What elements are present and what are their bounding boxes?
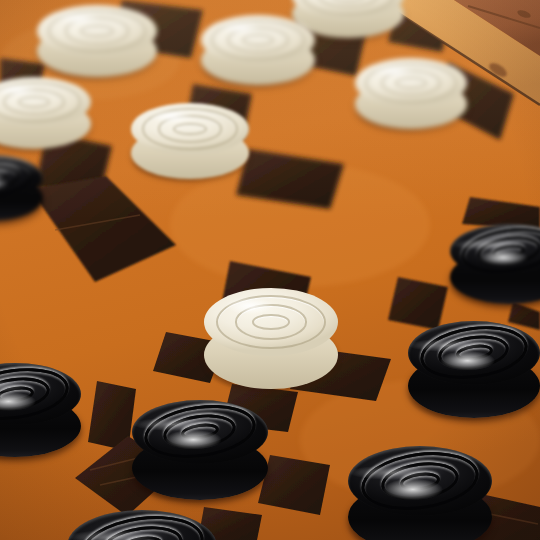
black-checker-r2c2[interactable] bbox=[67, 510, 217, 540]
piece-face bbox=[201, 15, 315, 65]
white-checker-r6c2[interactable] bbox=[0, 77, 91, 149]
white-checker-r7c5[interactable] bbox=[201, 15, 315, 85]
black-checker-r5c7[interactable] bbox=[450, 224, 540, 304]
piece-face bbox=[132, 400, 268, 464]
piece-face bbox=[355, 58, 467, 108]
black-checker-r3c1[interactable] bbox=[0, 363, 81, 457]
piece-gloss-highlight bbox=[67, 510, 217, 540]
black-checker-r3c5[interactable] bbox=[348, 446, 492, 540]
black-checker-r3c3[interactable] bbox=[132, 400, 268, 500]
piece-face bbox=[408, 321, 540, 385]
piece-gloss-highlight bbox=[204, 288, 338, 356]
piece-gloss-highlight bbox=[37, 5, 157, 57]
piece-face bbox=[67, 510, 217, 540]
piece-gloss-highlight bbox=[201, 15, 315, 65]
white-checker-r7c7[interactable] bbox=[355, 58, 467, 129]
white-checker-r4c4[interactable] bbox=[204, 288, 338, 389]
piece-gloss-highlight bbox=[348, 446, 492, 516]
piece-gloss-highlight bbox=[132, 400, 268, 464]
piece-face bbox=[131, 103, 249, 155]
black-checker-r4c6[interactable] bbox=[408, 321, 540, 418]
piece-face bbox=[204, 288, 338, 356]
checkers-photo bbox=[0, 0, 540, 540]
piece-gloss-highlight bbox=[355, 58, 467, 108]
white-checker-r6c4[interactable] bbox=[131, 103, 249, 179]
piece-face bbox=[37, 5, 157, 57]
piece-face bbox=[348, 446, 492, 516]
piece-gloss-highlight bbox=[408, 321, 540, 385]
white-checker-r7c3[interactable] bbox=[37, 5, 157, 77]
piece-gloss-highlight bbox=[131, 103, 249, 155]
black-checker-r5c1[interactable] bbox=[0, 155, 43, 221]
